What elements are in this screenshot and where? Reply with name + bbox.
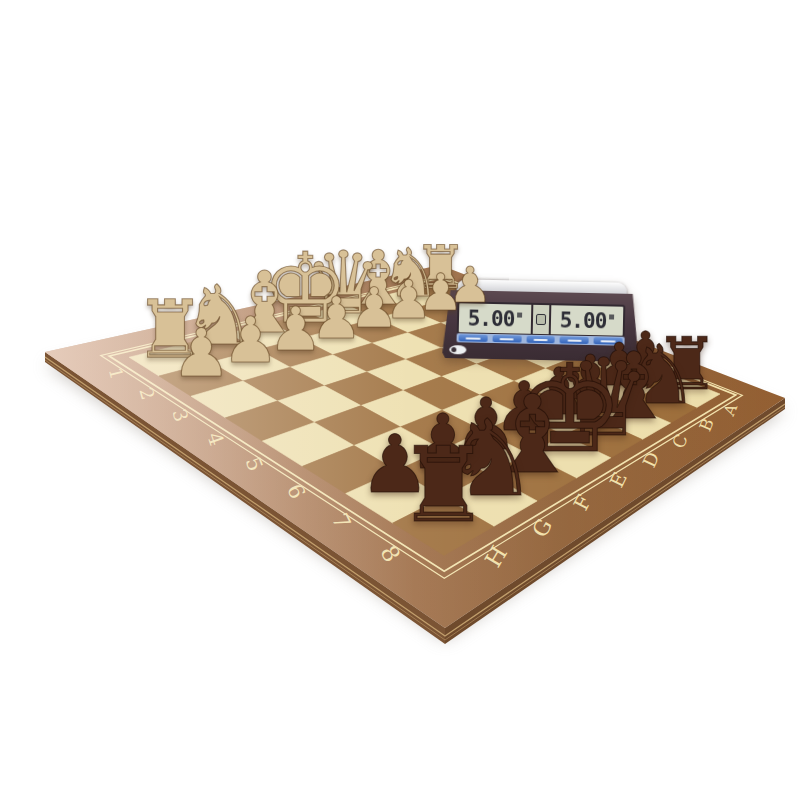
chess-clock: 5.00 5.00	[442, 279, 640, 362]
clock-right-time: 5.00	[551, 305, 624, 336]
right-time-value: 5.00	[559, 308, 606, 333]
clock-lcd-display: 5.00 5.00	[457, 301, 626, 338]
right-flag-icon	[609, 314, 614, 319]
clock-button	[526, 336, 555, 344]
lighting-overlay	[45, 265, 785, 628]
chess-set-product-photo: 12345678ABCDEFGH 5.00 5.00	[0, 0, 800, 800]
clock-button	[492, 335, 521, 343]
chessboard: 12345678ABCDEFGH	[0, 0, 800, 800]
clock-body: 5.00 5.00	[442, 290, 639, 362]
clock-button	[594, 337, 623, 345]
left-flag-icon	[517, 312, 522, 317]
left-time-value: 5.00	[467, 306, 514, 331]
clock-brand-logo-icon	[449, 345, 466, 354]
mode-dot-icon	[536, 314, 546, 325]
clock-button	[560, 336, 589, 344]
clock-button	[459, 334, 488, 342]
clock-mode-icon	[531, 305, 552, 334]
clock-left-time: 5.00	[459, 303, 532, 334]
